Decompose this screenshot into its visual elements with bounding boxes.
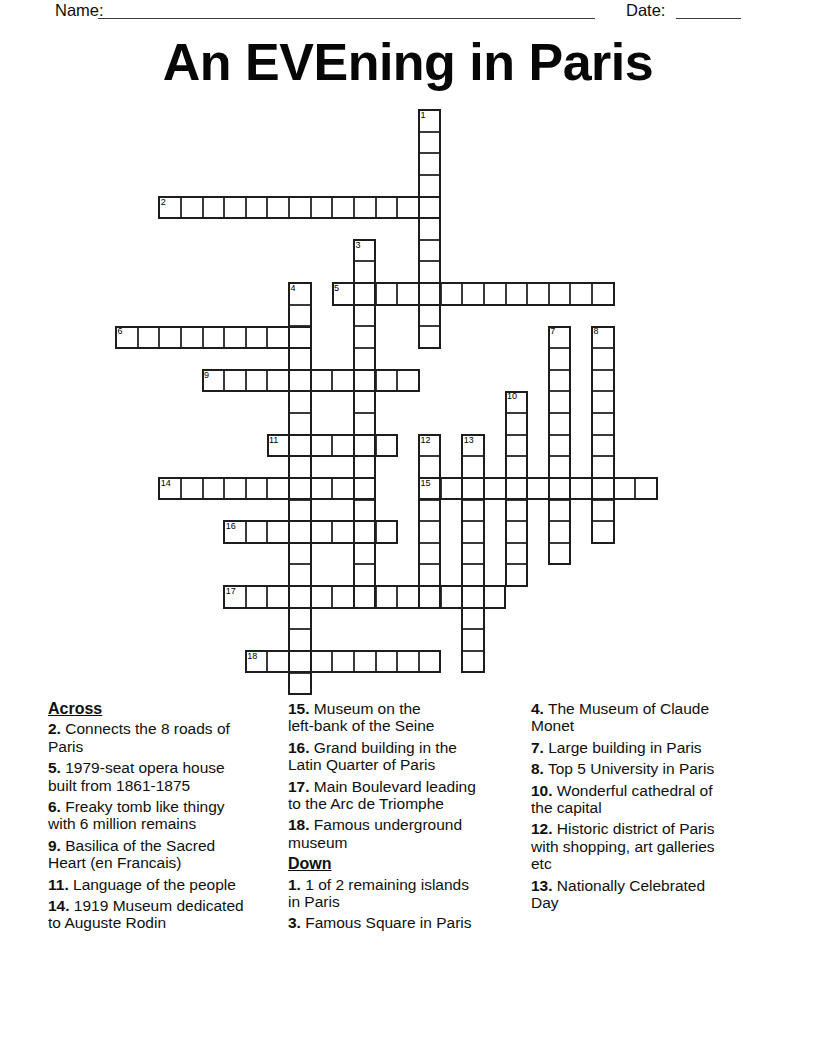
grid-cell[interactable] bbox=[549, 326, 571, 348]
grid-cell[interactable] bbox=[203, 326, 225, 348]
grid-cell[interactable] bbox=[354, 521, 376, 543]
clue-8: 8. Top 5 University in Paris bbox=[531, 760, 781, 777]
clue-label-8: 8. bbox=[531, 760, 544, 777]
grid-cell[interactable] bbox=[311, 197, 333, 219]
grid-cell[interactable] bbox=[592, 326, 614, 348]
grid-cell[interactable] bbox=[354, 435, 376, 457]
grid-cell[interactable] bbox=[311, 586, 333, 608]
grid-cell[interactable] bbox=[289, 370, 311, 392]
grid-cell[interactable] bbox=[246, 586, 268, 608]
clue-label-9: 9. bbox=[48, 837, 61, 854]
grid-cell[interactable] bbox=[332, 651, 354, 673]
grid-cell[interactable] bbox=[376, 586, 398, 608]
clue-9: 9. Basilica of the SacredHeart (en Franc… bbox=[48, 837, 294, 872]
grid-cell[interactable] bbox=[419, 651, 441, 673]
grid-cell[interactable] bbox=[267, 478, 289, 500]
grid-cell[interactable] bbox=[354, 413, 376, 435]
grid-cell[interactable] bbox=[419, 261, 441, 283]
grid-cell[interactable] bbox=[419, 543, 441, 565]
grid-cell[interactable] bbox=[419, 175, 441, 197]
grid-cell[interactable] bbox=[354, 478, 376, 500]
grid-cell[interactable] bbox=[332, 435, 354, 457]
grid-cell[interactable] bbox=[354, 305, 376, 327]
grid-cell[interactable] bbox=[289, 348, 311, 370]
grid-cell[interactable] bbox=[419, 110, 441, 132]
grid-cell[interactable] bbox=[289, 456, 311, 478]
clues-column-right: 4. The Museum of ClaudeMonet7. Large bui… bbox=[531, 700, 781, 915]
grid-cell[interactable] bbox=[506, 543, 528, 565]
clue-17: 17. Main Boulevard leadingto the Arc de … bbox=[288, 778, 528, 813]
name-blank-line[interactable] bbox=[98, 1, 595, 19]
grid-cell[interactable] bbox=[462, 608, 484, 630]
grid-cell[interactable] bbox=[311, 478, 333, 500]
grid-cell[interactable] bbox=[354, 197, 376, 219]
grid-cell[interactable] bbox=[354, 456, 376, 478]
grid-cell[interactable] bbox=[592, 456, 614, 478]
grid-cell[interactable] bbox=[116, 326, 138, 348]
grid-cell[interactable] bbox=[159, 478, 181, 500]
grid-cell[interactable] bbox=[376, 435, 398, 457]
grid-cell[interactable] bbox=[549, 283, 571, 305]
grid-cell[interactable] bbox=[419, 521, 441, 543]
grid-cell[interactable] bbox=[332, 283, 354, 305]
clues-header-across: Across bbox=[48, 700, 294, 717]
grid-cell[interactable] bbox=[549, 543, 571, 565]
clue-label-16: 16. bbox=[288, 739, 310, 756]
grid-cell[interactable] bbox=[289, 391, 311, 413]
grid-cell[interactable] bbox=[549, 478, 571, 500]
grid-cell[interactable] bbox=[224, 521, 246, 543]
grid-cell[interactable] bbox=[332, 197, 354, 219]
grid-cell[interactable] bbox=[246, 651, 268, 673]
grid-cell[interactable] bbox=[570, 478, 592, 500]
grid-cell[interactable] bbox=[332, 586, 354, 608]
grid-cell[interactable] bbox=[549, 391, 571, 413]
grid-cell[interactable] bbox=[246, 478, 268, 500]
grid-cell[interactable] bbox=[419, 283, 441, 305]
grid-cell[interactable] bbox=[246, 197, 268, 219]
grid-cell[interactable] bbox=[289, 521, 311, 543]
grid-cell[interactable] bbox=[462, 500, 484, 522]
grid-cell[interactable] bbox=[181, 326, 203, 348]
grid-cell[interactable] bbox=[354, 391, 376, 413]
clue-7: 7. Large building in Paris bbox=[531, 739, 781, 756]
grid-cell[interactable] bbox=[419, 478, 441, 500]
grid-cell[interactable] bbox=[592, 435, 614, 457]
clue-12: 12. Historic district of Pariswith shopp… bbox=[531, 820, 781, 872]
grid-cell[interactable] bbox=[203, 197, 225, 219]
clue-label-4: 4. bbox=[531, 700, 544, 717]
grid-cell[interactable] bbox=[549, 348, 571, 370]
clue-label-18: 18. bbox=[288, 816, 310, 833]
grid-cell[interactable] bbox=[267, 326, 289, 348]
grid-cell[interactable] bbox=[397, 283, 419, 305]
grid-cell[interactable] bbox=[354, 283, 376, 305]
grid-cell[interactable] bbox=[181, 197, 203, 219]
grid-cell[interactable] bbox=[289, 543, 311, 565]
grid-cell[interactable] bbox=[549, 500, 571, 522]
grid-cell[interactable] bbox=[246, 370, 268, 392]
grid-cell[interactable] bbox=[354, 348, 376, 370]
grid-cell[interactable] bbox=[289, 478, 311, 500]
grid-cell[interactable] bbox=[354, 564, 376, 586]
clue-label-10: 10. bbox=[531, 782, 553, 799]
grid-cell[interactable] bbox=[354, 326, 376, 348]
grid-cell[interactable] bbox=[311, 435, 333, 457]
grid-cell[interactable] bbox=[203, 478, 225, 500]
grid-cell[interactable] bbox=[224, 370, 246, 392]
grid-cell[interactable] bbox=[159, 197, 181, 219]
grid-cell[interactable] bbox=[462, 651, 484, 673]
grid-cell[interactable] bbox=[592, 500, 614, 522]
grid-cell[interactable] bbox=[267, 370, 289, 392]
grid-cell[interactable] bbox=[549, 370, 571, 392]
grid-cell[interactable] bbox=[462, 283, 484, 305]
grid-cell[interactable] bbox=[506, 564, 528, 586]
grid-cell[interactable] bbox=[289, 673, 311, 695]
clue-label-1: 1. bbox=[288, 876, 301, 893]
grid-cell[interactable] bbox=[419, 197, 441, 219]
grid-cell[interactable] bbox=[419, 456, 441, 478]
clue-14: 14. 1919 Museum dedicatedto Auguste Rodi… bbox=[48, 897, 294, 932]
grid-cell[interactable] bbox=[289, 651, 311, 673]
clue-label-14: 14. bbox=[48, 897, 70, 914]
clue-18: 18. Famous undergroundmuseum bbox=[288, 816, 528, 851]
grid-cell[interactable] bbox=[527, 478, 549, 500]
clue-4: 4. The Museum of ClaudeMonet bbox=[531, 700, 781, 735]
grid-cell[interactable] bbox=[506, 456, 528, 478]
grid-cell[interactable] bbox=[159, 326, 181, 348]
grid-cell[interactable] bbox=[267, 651, 289, 673]
grid-cell[interactable] bbox=[462, 564, 484, 586]
grid-cell[interactable] bbox=[462, 456, 484, 478]
grid-cell[interactable] bbox=[506, 413, 528, 435]
grid-cell[interactable] bbox=[419, 132, 441, 154]
grid-cell[interactable] bbox=[224, 197, 246, 219]
grid-cell[interactable] bbox=[289, 629, 311, 651]
grid-cell[interactable] bbox=[506, 283, 528, 305]
grid-cell[interactable] bbox=[462, 435, 484, 457]
grid-cell[interactable] bbox=[354, 651, 376, 673]
grid-cell[interactable] bbox=[354, 261, 376, 283]
clues-header-down: Down bbox=[288, 855, 528, 872]
clue-label-12: 12. bbox=[531, 820, 553, 837]
grid-cell[interactable] bbox=[549, 435, 571, 457]
grid-cell[interactable] bbox=[419, 326, 441, 348]
grid-cell[interactable] bbox=[289, 586, 311, 608]
grid-cell[interactable] bbox=[592, 283, 614, 305]
grid-cell[interactable] bbox=[484, 586, 506, 608]
grid-cell[interactable] bbox=[592, 413, 614, 435]
grid-cell[interactable] bbox=[462, 629, 484, 651]
grid-cell[interactable] bbox=[592, 348, 614, 370]
grid-cell[interactable] bbox=[614, 478, 636, 500]
clue-10: 10. Wonderful cathedral ofthe capital bbox=[531, 782, 781, 817]
grid-cell[interactable] bbox=[484, 478, 506, 500]
grid-cell[interactable] bbox=[332, 521, 354, 543]
grid-cell[interactable] bbox=[224, 478, 246, 500]
grid-cell[interactable] bbox=[506, 391, 528, 413]
crossword-grid: 123456789101112131415161718 bbox=[116, 110, 659, 696]
grid-cell[interactable] bbox=[592, 478, 614, 500]
clue-label-15: 15. bbox=[288, 700, 310, 717]
grid-cell[interactable] bbox=[203, 370, 225, 392]
grid-cell[interactable] bbox=[419, 586, 441, 608]
clue-label-11: 11. bbox=[48, 876, 69, 893]
grid-cell[interactable] bbox=[181, 478, 203, 500]
clue-6: 6. Freaky tomb like thingywith 6 million… bbox=[48, 798, 294, 833]
grid-cell[interactable] bbox=[527, 283, 549, 305]
grid-cell[interactable] bbox=[397, 370, 419, 392]
grid-cell[interactable] bbox=[592, 370, 614, 392]
grid-cell[interactable] bbox=[397, 197, 419, 219]
grid-cell[interactable] bbox=[506, 500, 528, 522]
grid-cell[interactable] bbox=[506, 478, 528, 500]
grid-cell[interactable] bbox=[289, 326, 311, 348]
date-label: Date: bbox=[626, 1, 665, 20]
clue-16: 16. Grand building in theLatin Quarter o… bbox=[288, 739, 528, 774]
grid-cell[interactable] bbox=[289, 564, 311, 586]
grid-cell[interactable] bbox=[376, 370, 398, 392]
grid-cell[interactable] bbox=[419, 218, 441, 240]
clue-5: 5. 1979-seat opera housebuilt from 1861-… bbox=[48, 759, 294, 794]
grid-cell[interactable] bbox=[354, 370, 376, 392]
grid-cell[interactable] bbox=[419, 435, 441, 457]
grid-cell[interactable] bbox=[397, 586, 419, 608]
grid-cell[interactable] bbox=[138, 326, 160, 348]
grid-cell[interactable] bbox=[311, 651, 333, 673]
grid-cell[interactable] bbox=[267, 435, 289, 457]
date-blank-line[interactable] bbox=[676, 1, 741, 19]
grid-cell[interactable] bbox=[462, 543, 484, 565]
clue-label-2: 2. bbox=[48, 720, 61, 737]
grid-cell[interactable] bbox=[289, 500, 311, 522]
grid-cell[interactable] bbox=[462, 478, 484, 500]
grid-cell[interactable] bbox=[267, 521, 289, 543]
grid-cell[interactable] bbox=[419, 500, 441, 522]
grid-cell[interactable] bbox=[311, 521, 333, 543]
grid-cell[interactable] bbox=[549, 521, 571, 543]
grid-cell[interactable] bbox=[289, 435, 311, 457]
grid-cell[interactable] bbox=[419, 240, 441, 262]
clue-label-3: 3. bbox=[288, 914, 301, 931]
grid-cell[interactable] bbox=[267, 586, 289, 608]
grid-cell[interactable] bbox=[354, 500, 376, 522]
clue-label-17: 17. bbox=[288, 778, 310, 795]
grid-cell[interactable] bbox=[246, 521, 268, 543]
grid-cell[interactable] bbox=[506, 435, 528, 457]
clues-column-left: Across2. Connects the 8 roads ofParis5. … bbox=[48, 700, 294, 936]
clue-label-6: 6. bbox=[48, 798, 61, 815]
grid-cell[interactable] bbox=[506, 521, 528, 543]
grid-cell[interactable] bbox=[441, 586, 463, 608]
grid-cell[interactable] bbox=[224, 326, 246, 348]
grid-cell[interactable] bbox=[635, 478, 657, 500]
grid-cell[interactable] bbox=[332, 370, 354, 392]
grid-cell[interactable] bbox=[376, 521, 398, 543]
clue-label-7: 7. bbox=[531, 739, 544, 756]
clue-11: 11. Language of the people bbox=[48, 876, 294, 893]
grid-cell[interactable] bbox=[354, 586, 376, 608]
grid-cell[interactable] bbox=[462, 521, 484, 543]
grid-cell[interactable] bbox=[419, 153, 441, 175]
grid-cell[interactable] bbox=[354, 240, 376, 262]
clue-label-5: 5. bbox=[48, 759, 61, 776]
grid-cell[interactable] bbox=[549, 456, 571, 478]
grid-cell[interactable] bbox=[332, 478, 354, 500]
grid-cell[interactable] bbox=[397, 651, 419, 673]
grid-cell[interactable] bbox=[376, 197, 398, 219]
clue-13: 13. Nationally CelebratedDay bbox=[531, 877, 781, 912]
grid-cell[interactable] bbox=[289, 283, 311, 305]
clues-column-middle: 15. Museum on theleft-bank of the Seine1… bbox=[288, 700, 528, 936]
grid-cell[interactable] bbox=[246, 326, 268, 348]
grid-cell[interactable] bbox=[419, 564, 441, 586]
grid-cell[interactable] bbox=[224, 586, 246, 608]
puzzle-title: An EVEning in Paris bbox=[0, 33, 816, 91]
grid-cell[interactable] bbox=[289, 413, 311, 435]
grid-cell[interactable] bbox=[354, 543, 376, 565]
grid-cell[interactable] bbox=[592, 521, 614, 543]
clue-15: 15. Museum on theleft-bank of the Seine bbox=[288, 700, 528, 735]
grid-cell[interactable] bbox=[462, 586, 484, 608]
grid-cell[interactable] bbox=[289, 305, 311, 327]
grid-cell[interactable] bbox=[376, 651, 398, 673]
grid-cell[interactable] bbox=[549, 413, 571, 435]
grid-cell[interactable] bbox=[441, 478, 463, 500]
clue-1: 1. 1 of 2 remaining islandsin Paris bbox=[288, 876, 528, 911]
clue-2: 2. Connects the 8 roads ofParis bbox=[48, 720, 294, 755]
grid-cell[interactable] bbox=[311, 370, 333, 392]
grid-cell[interactable] bbox=[289, 608, 311, 630]
grid-cell[interactable] bbox=[267, 197, 289, 219]
grid-cell[interactable] bbox=[592, 391, 614, 413]
grid-cell[interactable] bbox=[376, 283, 398, 305]
grid-cell[interactable] bbox=[419, 305, 441, 327]
grid-cell[interactable] bbox=[570, 283, 592, 305]
clue-3: 3. Famous Square in Paris bbox=[288, 914, 528, 931]
grid-cell[interactable] bbox=[441, 283, 463, 305]
grid-cell[interactable] bbox=[289, 197, 311, 219]
clue-label-13: 13. bbox=[531, 877, 553, 894]
grid-cell[interactable] bbox=[484, 283, 506, 305]
name-label: Name: bbox=[55, 1, 104, 20]
